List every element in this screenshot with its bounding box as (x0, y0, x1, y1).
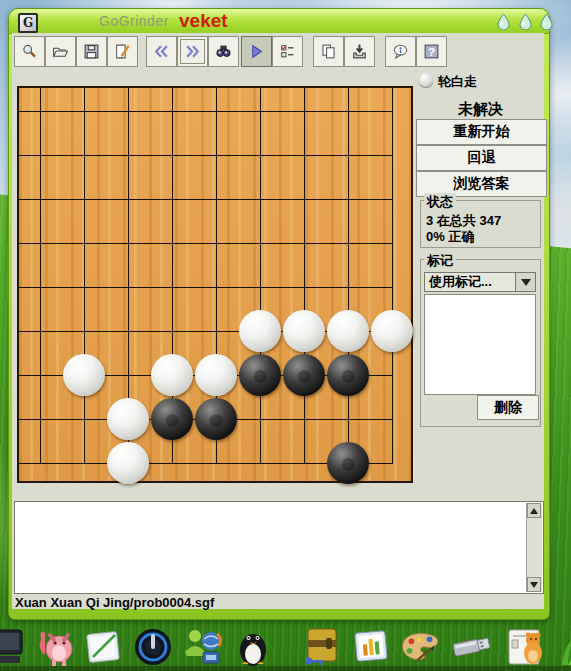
find-button[interactable] (208, 36, 239, 67)
gogrinder-window: G GoGrinder veket (8, 8, 550, 620)
comment-textarea[interactable] (14, 501, 544, 594)
grid-vline (348, 88, 349, 464)
restart-button[interactable]: 重新开始 (416, 119, 547, 145)
zoom-button[interactable] (14, 36, 45, 67)
dock-icon-plant-partial[interactable] (552, 626, 571, 668)
scroll-down-button[interactable] (527, 577, 541, 592)
dock-icon-screen-partial[interactable] (0, 626, 28, 668)
save-button[interactable] (76, 36, 107, 67)
turn-white-stone-icon (419, 73, 433, 87)
dock-icon-paint-palette[interactable] (398, 626, 442, 668)
grid-hline (19, 287, 393, 288)
next-problem-button[interactable] (177, 36, 208, 67)
dock (0, 620, 571, 671)
dock-icon-tux-penguin[interactable] (231, 626, 275, 668)
grid-vline (40, 88, 41, 464)
white-stone: ○ (327, 310, 369, 352)
scroll-up-button[interactable] (527, 503, 541, 518)
black-stone: ● (239, 354, 281, 396)
dock-icon-network-user[interactable] (181, 626, 225, 668)
grid-vline (392, 88, 393, 464)
status-percent: 0% 正确 (426, 228, 474, 246)
mark-combobox[interactable]: 使用标记... (424, 272, 516, 292)
help-button[interactable]: ? (416, 36, 447, 67)
dock-shadow (0, 666, 571, 671)
white-stone: ○ (371, 310, 413, 352)
black-stone: ● (283, 354, 325, 396)
turn-label: 轮白走 (438, 73, 477, 91)
white-stone: ○ (63, 354, 105, 396)
grid-vline (304, 88, 305, 464)
desktop: G GoGrinder veket (0, 0, 571, 671)
svg-text:?: ? (428, 45, 435, 58)
mark-listbox[interactable] (424, 294, 536, 395)
white-stone: ○ (107, 442, 149, 484)
grid-hline (19, 111, 393, 112)
combobox-dropdown-arrow[interactable] (515, 272, 536, 292)
undo-button[interactable]: 回退 (416, 145, 547, 171)
status-group-title: 状态 (424, 193, 456, 211)
grid-vline (84, 88, 85, 464)
open-button[interactable] (45, 36, 76, 67)
white-stone: ○ (107, 398, 149, 440)
black-stone: ● (151, 398, 193, 440)
go-board[interactable]: ○○○○○○○●●●○●●○● (17, 86, 413, 483)
white-stone: ○ (195, 354, 237, 396)
prev-problem-button[interactable] (146, 36, 177, 67)
edit-button[interactable] (107, 36, 138, 67)
black-stone: ● (327, 442, 369, 484)
white-stone: ○ (283, 310, 325, 352)
dock-icon-notepad[interactable] (82, 626, 126, 668)
delete-button[interactable]: 删除 (477, 395, 539, 420)
dock-icon-bear-package[interactable] (505, 626, 549, 668)
title-bar[interactable]: G GoGrinder veket (9, 9, 549, 34)
black-stone: ● (327, 354, 369, 396)
distro-name: veket (179, 10, 228, 32)
dock-icon-gold-notebook[interactable] (300, 626, 344, 668)
window-drop-button-3[interactable] (539, 13, 554, 30)
gogrinder-logo-icon[interactable]: G (18, 13, 38, 33)
solve-state-label: 未解决 (412, 100, 549, 119)
import-button[interactable] (344, 36, 375, 67)
white-stone: ○ (151, 354, 193, 396)
vertical-scrollbar[interactable] (526, 503, 542, 592)
comment-button[interactable] (385, 36, 416, 67)
copy-button[interactable] (313, 36, 344, 67)
current-problem-path: Xuan Xuan Qi Jing/prob0004.sgf (15, 595, 214, 610)
dock-icon-power-button[interactable] (131, 626, 175, 668)
grid-hline (19, 155, 393, 156)
grid-vline (260, 88, 261, 464)
black-stone: ● (195, 398, 237, 440)
window-drop-button-2[interactable] (518, 13, 533, 30)
dock-icon-pink-creature[interactable] (34, 626, 78, 668)
window-title: GoGrinder (99, 13, 169, 29)
play-button[interactable] (241, 36, 272, 67)
window-drop-button-1[interactable] (496, 13, 511, 30)
grid-hline (19, 243, 393, 244)
mark-group-title: 标记 (424, 252, 456, 270)
white-stone: ○ (239, 310, 281, 352)
dock-icon-usb-drive[interactable] (450, 626, 494, 668)
options-form-button[interactable] (272, 36, 303, 67)
dock-icon-chart-clipboard[interactable] (349, 626, 393, 668)
grid-hline (19, 199, 393, 200)
